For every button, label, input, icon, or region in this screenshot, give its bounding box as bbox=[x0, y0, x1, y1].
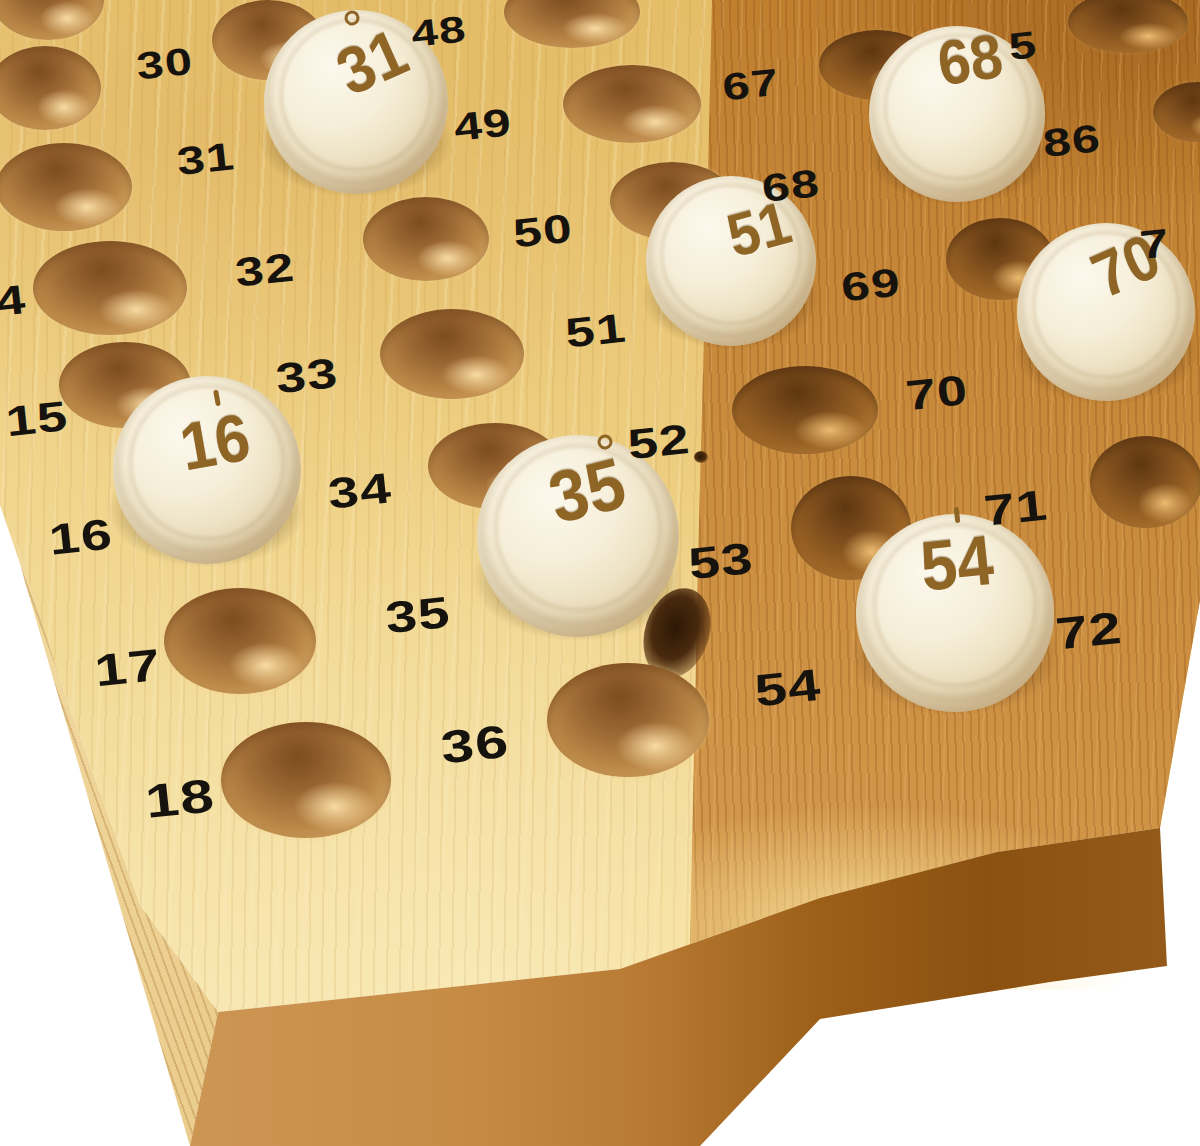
ball-number-68: 68 bbox=[933, 19, 1007, 100]
hole-11[interactable] bbox=[0, 0, 104, 40]
hole-grid: 1631355154687030313233343536415161718484… bbox=[0, 0, 1200, 1146]
ball-54[interactable]: 54 bbox=[856, 514, 1054, 712]
hole-86[interactable] bbox=[1153, 82, 1200, 142]
label-17: 17 bbox=[92, 639, 164, 698]
label-87: 7 bbox=[1138, 220, 1172, 268]
hole-48[interactable] bbox=[504, 0, 640, 48]
label-16: 16 bbox=[47, 509, 116, 564]
wood-knot bbox=[694, 451, 708, 463]
label-31: 31 bbox=[175, 134, 237, 184]
label-14: 4 bbox=[0, 276, 29, 326]
label-67: 67 bbox=[721, 61, 782, 110]
hole-49[interactable] bbox=[563, 65, 701, 143]
ball-orientation-mark bbox=[954, 507, 961, 523]
hole-13[interactable] bbox=[0, 143, 132, 231]
label-86: 86 bbox=[1041, 116, 1103, 166]
hole-33[interactable] bbox=[380, 309, 524, 399]
ball-number-54: 54 bbox=[917, 519, 997, 607]
label-48: 48 bbox=[409, 8, 468, 56]
ball-number-16: 16 bbox=[174, 398, 255, 485]
hole-52[interactable] bbox=[732, 366, 878, 454]
label-35: 35 bbox=[383, 587, 453, 644]
label-15: 15 bbox=[3, 392, 70, 446]
hole-71[interactable] bbox=[1090, 436, 1200, 528]
label-54: 54 bbox=[752, 659, 824, 718]
label-70: 70 bbox=[903, 366, 970, 420]
label-68: 68 bbox=[760, 161, 822, 211]
label-36: 36 bbox=[438, 714, 511, 775]
label-71: 71 bbox=[982, 480, 1051, 535]
label-53: 53 bbox=[686, 533, 756, 590]
bingo-board-photo: 1631355154687030313233343536415161718484… bbox=[0, 0, 1200, 1146]
hole-32[interactable] bbox=[363, 197, 489, 281]
label-30: 30 bbox=[135, 40, 196, 89]
label-18: 18 bbox=[143, 767, 218, 829]
hole-85[interactable] bbox=[1068, 0, 1188, 53]
label-33: 33 bbox=[273, 349, 340, 403]
ball-number-35: 35 bbox=[541, 441, 633, 540]
label-50: 50 bbox=[511, 206, 575, 257]
hole-18[interactable] bbox=[221, 722, 391, 838]
label-69: 69 bbox=[839, 260, 903, 311]
label-51: 51 bbox=[563, 304, 629, 357]
label-85: 5 bbox=[1007, 23, 1040, 69]
ball-orientation-mark bbox=[342, 8, 362, 28]
hole-36[interactable] bbox=[547, 663, 709, 777]
label-34: 34 bbox=[326, 463, 395, 518]
label-52: 52 bbox=[625, 415, 692, 469]
ball-number-31: 31 bbox=[326, 14, 419, 111]
hole-17[interactable] bbox=[164, 588, 316, 694]
label-72: 72 bbox=[1053, 602, 1125, 661]
ball-16[interactable]: 16 bbox=[113, 376, 301, 564]
hole-12[interactable] bbox=[0, 46, 101, 130]
hole-14[interactable] bbox=[33, 241, 187, 335]
label-32: 32 bbox=[233, 245, 297, 296]
label-49: 49 bbox=[452, 100, 514, 150]
